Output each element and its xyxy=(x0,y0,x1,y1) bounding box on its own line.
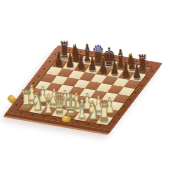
frame-coordinate-dot xyxy=(54,118,56,119)
frame-coordinate-dot xyxy=(68,49,70,50)
frame-coordinate-dot xyxy=(135,92,137,93)
frame-coordinate-dot xyxy=(21,97,23,98)
board-grid: ♜♞♝♛♚♝♞♜♟♟♟♟♟♟♟♟♟♟♟♟♟♟♟♟♜♞♝♛♚♝♞♜ xyxy=(17,52,153,126)
frame-coordinate-dot xyxy=(151,70,153,71)
frame-coordinate-dot xyxy=(79,51,81,52)
frame-coordinate-dot xyxy=(91,53,93,54)
chess-set-product-photo: ♜♞♝♛♚♝♞♜♟♟♟♟♟♟♟♟♟♟♟♟♟♟♟♟♜♞♝♛♚♝♞♜ xyxy=(0,0,175,175)
frame-coordinate-dot xyxy=(43,68,45,69)
frame-coordinate-dot xyxy=(27,90,29,91)
frame-coordinate-dot xyxy=(112,121,114,122)
frame-coordinate-dot xyxy=(146,63,148,64)
frame-coordinate-dot xyxy=(135,61,137,62)
brass-latch-icon xyxy=(62,115,72,122)
frame-coordinate-dot xyxy=(113,57,115,58)
frame-coordinate-dot xyxy=(102,55,104,56)
frame-coordinate-dot xyxy=(124,59,126,60)
frame-coordinate-dot xyxy=(31,114,33,115)
frame-coordinate-dot xyxy=(123,106,125,107)
frame-coordinate-dot xyxy=(87,123,89,124)
frame-coordinate-dot xyxy=(43,116,45,117)
frame-coordinate-dot xyxy=(146,78,148,79)
frame-coordinate-dot xyxy=(129,99,131,100)
frame-coordinate-dot xyxy=(15,104,17,105)
frame-coordinate-dot xyxy=(98,125,100,126)
frame-coordinate-dot xyxy=(140,85,142,86)
frame-coordinate-dot xyxy=(76,122,78,123)
frame-coordinate-dot xyxy=(38,75,40,76)
chess-board: ♜♞♝♛♚♝♞♜♟♟♟♟♟♟♟♟♟♟♟♟♟♟♟♟♜♞♝♛♚♝♞♜ xyxy=(6,45,163,131)
frame-coordinate-dot xyxy=(54,54,56,55)
frame-coordinate-dot xyxy=(118,114,120,115)
frame-coordinate-dot xyxy=(20,112,22,113)
frame-coordinate-dot xyxy=(32,83,34,84)
frame-coordinate-dot xyxy=(49,61,51,62)
board-frame: ♜♞♝♛♚♝♞♜♟♟♟♟♟♟♟♟♟♟♟♟♟♟♟♟♜♞♝♛♚♝♞♜ xyxy=(6,45,163,131)
